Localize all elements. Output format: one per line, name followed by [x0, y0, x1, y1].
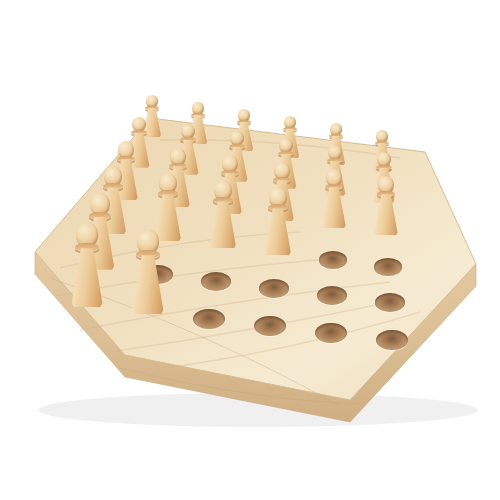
peg-body	[209, 201, 236, 248]
hole[interactable]	[201, 272, 231, 291]
product-photo	[0, 0, 500, 500]
hole[interactable]	[315, 323, 347, 344]
hole[interactable]	[193, 309, 225, 330]
hole[interactable]	[259, 279, 289, 298]
hole[interactable]	[319, 251, 347, 269]
hole[interactable]	[376, 330, 408, 351]
peg[interactable]	[71, 222, 104, 307]
peg[interactable]	[209, 180, 236, 248]
board-positions	[0, 0, 500, 500]
peg-body	[374, 194, 398, 235]
peg-body	[132, 255, 165, 314]
hole[interactable]	[317, 286, 347, 305]
hole[interactable]	[254, 316, 286, 337]
peg[interactable]	[264, 187, 291, 255]
peg-body	[71, 248, 104, 307]
peg[interactable]	[132, 229, 165, 314]
hole[interactable]	[374, 258, 402, 276]
hole[interactable]	[375, 293, 405, 312]
peg[interactable]	[322, 169, 346, 228]
peg[interactable]	[374, 176, 398, 235]
peg-body	[264, 208, 291, 255]
peg-body	[322, 187, 346, 228]
